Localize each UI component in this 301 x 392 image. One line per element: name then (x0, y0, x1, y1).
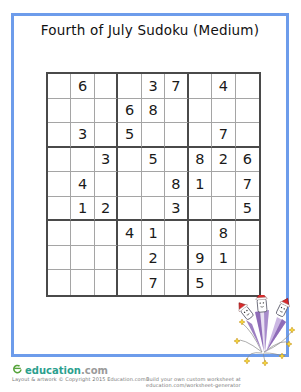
sudoku-cell-r2c1[interactable] (48, 99, 71, 124)
sudoku-cell-r5c5[interactable] (142, 172, 165, 197)
sudoku-cell-r3c7[interactable] (189, 123, 212, 148)
sudoku-cell-r8c1[interactable] (48, 246, 71, 271)
sudoku-cell-r6c3[interactable]: 2 (95, 197, 118, 222)
sudoku-cell-r5c4[interactable] (118, 172, 141, 197)
sudoku-cell-r2c2[interactable] (71, 99, 94, 124)
sudoku-cell-r4c9[interactable]: 6 (236, 148, 259, 173)
sudoku-cell-r2c6[interactable] (165, 99, 188, 124)
firecracker-illustration (234, 295, 301, 372)
sudoku-cell-r8c7[interactable]: 9 (189, 246, 212, 271)
sudoku-cell-r9c4[interactable] (118, 270, 141, 295)
promo-text: Build your own custom worksheet at educa… (146, 376, 298, 388)
sudoku-cell-r6c5[interactable] (142, 197, 165, 222)
sudoku-cell-r1c6[interactable]: 7 (165, 74, 188, 99)
sudoku-cell-r8c4[interactable] (118, 246, 141, 271)
sudoku-cell-r6c1[interactable] (48, 197, 71, 222)
sudoku-cell-r3c6[interactable] (165, 123, 188, 148)
sudoku-cell-r2c8[interactable] (212, 99, 235, 124)
sudoku-cell-r7c4[interactable]: 4 (118, 221, 141, 246)
sudoku-cell-r2c4[interactable]: 6 (118, 99, 141, 124)
sudoku-cell-r8c6[interactable] (165, 246, 188, 271)
sudoku-cell-r7c1[interactable] (48, 221, 71, 246)
sudoku-cell-r8c2[interactable] (71, 246, 94, 271)
sudoku-cell-r4c4[interactable] (118, 148, 141, 173)
sudoku-cell-r9c8[interactable] (212, 270, 235, 295)
sudoku-cell-r7c6[interactable] (165, 221, 188, 246)
rocket-right-icon (275, 296, 292, 317)
sudoku-cell-r1c5[interactable]: 3 (142, 74, 165, 99)
sudoku-cell-r1c1[interactable] (48, 74, 71, 99)
sudoku-cell-r4c5[interactable]: 5 (142, 148, 165, 173)
sudoku-cell-r2c9[interactable] (236, 99, 259, 124)
sudoku-cell-r2c7[interactable] (189, 99, 212, 124)
sudoku-cell-r3c8[interactable]: 7 (212, 123, 235, 148)
sudoku-cell-r7c7[interactable] (189, 221, 212, 246)
sudoku-cell-r9c1[interactable] (48, 270, 71, 295)
sudoku-cell-r5c7[interactable]: 1 (189, 172, 212, 197)
sudoku-cell-r8c9[interactable] (236, 246, 259, 271)
sudoku-cell-r9c7[interactable]: 5 (189, 270, 212, 295)
rocket-middle-icon (255, 295, 268, 312)
sudoku-cell-r5c9[interactable]: 7 (236, 172, 259, 197)
sudoku-cell-r3c5[interactable] (142, 123, 165, 148)
rocket-left-icon (235, 300, 255, 321)
education-logo[interactable]: education.com (12, 362, 108, 374)
sudoku-cell-r9c6[interactable] (165, 270, 188, 295)
sudoku-cell-r3c2[interactable]: 3 (71, 123, 94, 148)
sudoku-cell-r4c2[interactable] (71, 148, 94, 173)
sudoku-grid: 637468357358264817123541829175 (46, 72, 261, 297)
sudoku-cell-r3c1[interactable] (48, 123, 71, 148)
sudoku-cell-r5c3[interactable] (95, 172, 118, 197)
sudoku-cell-r1c7[interactable] (189, 74, 212, 99)
sudoku-cell-r6c2[interactable]: 1 (71, 197, 94, 222)
sudoku-cell-r4c6[interactable] (165, 148, 188, 173)
sudoku-cell-r5c6[interactable]: 8 (165, 172, 188, 197)
sudoku-cell-r6c8[interactable] (212, 197, 235, 222)
sudoku-cell-r8c3[interactable] (95, 246, 118, 271)
logo-text-education: education (25, 365, 81, 376)
education-logo-icon (12, 363, 23, 374)
sudoku-cell-r7c9[interactable] (236, 221, 259, 246)
sudoku-cell-r5c2[interactable]: 4 (71, 172, 94, 197)
sudoku-cell-r2c5[interactable]: 8 (142, 99, 165, 124)
sudoku-cell-r6c6[interactable]: 3 (165, 197, 188, 222)
sudoku-cell-r8c5[interactable]: 2 (142, 246, 165, 271)
sudoku-cell-r6c7[interactable] (189, 197, 212, 222)
sudoku-cell-r3c9[interactable] (236, 123, 259, 148)
sudoku-cell-r9c3[interactable] (95, 270, 118, 295)
sudoku-cell-r1c9[interactable] (236, 74, 259, 99)
sudoku-cell-r7c8[interactable]: 8 (212, 221, 235, 246)
page-title: Fourth of July Sudoku (Medium) (11, 22, 289, 38)
sudoku-cell-r7c5[interactable]: 1 (142, 221, 165, 246)
sudoku-cell-r8c8[interactable]: 1 (212, 246, 235, 271)
logo-text-com: .com (81, 365, 108, 376)
sudoku-cell-r2c3[interactable] (95, 99, 118, 124)
sudoku-cell-r9c5[interactable]: 7 (142, 270, 165, 295)
sudoku-cell-r4c8[interactable]: 2 (212, 148, 235, 173)
sudoku-cell-r4c1[interactable] (48, 148, 71, 173)
sudoku-cell-r7c3[interactable] (95, 221, 118, 246)
sudoku-cell-r1c8[interactable]: 4 (212, 74, 235, 99)
sudoku-cell-r9c9[interactable] (236, 270, 259, 295)
sudoku-cell-r4c7[interactable]: 8 (189, 148, 212, 173)
copyright-text: Layout & artwork © Copyright 2015 Educat… (12, 376, 146, 382)
sudoku-cell-r3c4[interactable]: 5 (118, 123, 141, 148)
sudoku-cell-r1c4[interactable] (118, 74, 141, 99)
sudoku-cell-r4c3[interactable]: 3 (95, 148, 118, 173)
sudoku-cell-r1c3[interactable] (95, 74, 118, 99)
sudoku-cell-r7c2[interactable] (71, 221, 94, 246)
sudoku-cell-r1c2[interactable]: 6 (71, 74, 94, 99)
sudoku-cell-r3c3[interactable] (95, 123, 118, 148)
sudoku-cell-r5c8[interactable] (212, 172, 235, 197)
sudoku-cell-r6c9[interactable]: 5 (236, 197, 259, 222)
sudoku-cell-r5c1[interactable] (48, 172, 71, 197)
sudoku-cell-r6c4[interactable] (118, 197, 141, 222)
sudoku-cell-r9c2[interactable] (71, 270, 94, 295)
